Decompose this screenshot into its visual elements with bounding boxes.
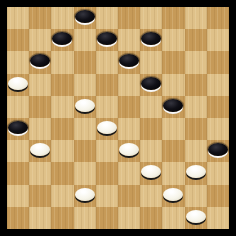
- black-man-square-13[interactable]: [119, 54, 139, 67]
- square-r9c4-dark[interactable]: [96, 207, 118, 229]
- black-man-square-11[interactable]: [30, 54, 50, 67]
- square-r9c3-light: [74, 207, 96, 229]
- square-r0c1-dark[interactable]: [29, 7, 51, 29]
- square-r1c5-light: [118, 29, 140, 51]
- square-r3c3-light: [74, 74, 96, 96]
- square-r6c0-light: [7, 140, 29, 162]
- white-man-square-40[interactable]: [186, 165, 206, 178]
- square-r7c9-light: [207, 162, 229, 184]
- square-r8c9-dark[interactable]: [207, 185, 229, 207]
- square-r3c5-light: [118, 74, 140, 96]
- square-r0c8-light: [185, 7, 207, 29]
- square-r5c7-light: [162, 118, 184, 140]
- square-r9c9-light: [207, 207, 229, 229]
- square-r6c3-dark[interactable]: [74, 140, 96, 162]
- square-r9c2-dark[interactable]: [51, 207, 73, 229]
- square-r1c3-light: [74, 29, 96, 51]
- black-man-square-8[interactable]: [97, 32, 117, 45]
- square-r4c8-light: [185, 96, 207, 118]
- square-r1c8-dark[interactable]: [185, 29, 207, 51]
- square-r8c3-dark[interactable]: [74, 185, 96, 207]
- square-r3c1-light: [29, 74, 51, 96]
- square-r8c1-dark[interactable]: [29, 185, 51, 207]
- square-r0c3-dark[interactable]: [74, 7, 96, 29]
- black-man-square-19[interactable]: [141, 77, 161, 90]
- square-r1c4-dark[interactable]: [96, 29, 118, 51]
- square-r1c9-light: [207, 29, 229, 51]
- square-r1c2-dark[interactable]: [51, 29, 73, 51]
- white-man-square-28[interactable]: [97, 121, 117, 134]
- black-man-square-7[interactable]: [52, 32, 72, 45]
- square-r2c9-dark[interactable]: [207, 51, 229, 73]
- white-man-square-22[interactable]: [75, 99, 95, 112]
- square-r0c2-light: [51, 7, 73, 29]
- square-r6c1-dark[interactable]: [29, 140, 51, 162]
- square-r8c5-dark[interactable]: [118, 185, 140, 207]
- white-man-square-39[interactable]: [141, 165, 161, 178]
- black-man-square-24[interactable]: [163, 99, 183, 112]
- square-r0c4-light: [96, 7, 118, 29]
- square-r9c8-dark[interactable]: [185, 207, 207, 229]
- square-r2c5-dark[interactable]: [118, 51, 140, 73]
- square-r8c6-light: [140, 185, 162, 207]
- white-man-square-31[interactable]: [30, 143, 50, 156]
- square-r6c2-light: [51, 140, 73, 162]
- square-r5c8-dark[interactable]: [185, 118, 207, 140]
- square-r8c0-light: [7, 185, 29, 207]
- square-r1c0-dark[interactable]: [7, 29, 29, 51]
- square-r6c6-light: [140, 140, 162, 162]
- square-r4c4-light: [96, 96, 118, 118]
- square-r7c5-light: [118, 162, 140, 184]
- square-r5c0-dark[interactable]: [7, 118, 29, 140]
- white-man-square-50[interactable]: [186, 210, 206, 223]
- white-man-square-16[interactable]: [8, 77, 28, 90]
- square-r1c7-light: [162, 29, 184, 51]
- square-r3c9-light: [207, 74, 229, 96]
- black-man-square-26[interactable]: [8, 121, 28, 134]
- square-r1c1-light: [29, 29, 51, 51]
- square-r3c0-dark[interactable]: [7, 74, 29, 96]
- square-r2c4-light: [96, 51, 118, 73]
- square-r2c3-dark[interactable]: [74, 51, 96, 73]
- square-r9c0-dark[interactable]: [7, 207, 29, 229]
- square-r3c7-light: [162, 74, 184, 96]
- square-r5c4-dark[interactable]: [96, 118, 118, 140]
- square-r6c8-light: [185, 140, 207, 162]
- black-man-square-9[interactable]: [141, 32, 161, 45]
- square-r8c2-light: [51, 185, 73, 207]
- square-r0c5-dark[interactable]: [118, 7, 140, 29]
- square-r2c6-light: [140, 51, 162, 73]
- square-r5c5-light: [118, 118, 140, 140]
- square-r5c1-light: [29, 118, 51, 140]
- square-r7c7-light: [162, 162, 184, 184]
- square-r4c3-dark[interactable]: [74, 96, 96, 118]
- square-r4c7-dark[interactable]: [162, 96, 184, 118]
- white-man-square-33[interactable]: [119, 143, 139, 156]
- square-r8c8-light: [185, 185, 207, 207]
- square-r7c8-dark[interactable]: [185, 162, 207, 184]
- square-r7c3-light: [74, 162, 96, 184]
- square-r6c9-dark[interactable]: [207, 140, 229, 162]
- white-man-square-44[interactable]: [163, 188, 183, 201]
- square-r5c2-dark[interactable]: [51, 118, 73, 140]
- square-r9c6-dark[interactable]: [140, 207, 162, 229]
- square-r7c4-dark[interactable]: [96, 162, 118, 184]
- square-r4c0-light: [7, 96, 29, 118]
- square-r3c6-dark[interactable]: [140, 74, 162, 96]
- square-r9c7-light: [162, 207, 184, 229]
- square-r2c8-light: [185, 51, 207, 73]
- square-r8c4-light: [96, 185, 118, 207]
- square-r4c2-light: [51, 96, 73, 118]
- square-r3c2-dark[interactable]: [51, 74, 73, 96]
- square-r9c5-light: [118, 207, 140, 229]
- square-r2c7-dark[interactable]: [162, 51, 184, 73]
- square-r4c9-dark[interactable]: [207, 96, 229, 118]
- square-r2c1-dark[interactable]: [29, 51, 51, 73]
- square-r9c1-light: [29, 207, 51, 229]
- square-r3c8-dark[interactable]: [185, 74, 207, 96]
- square-r8c7-dark[interactable]: [162, 185, 184, 207]
- square-r4c5-dark[interactable]: [118, 96, 140, 118]
- black-man-square-35[interactable]: [208, 143, 228, 156]
- square-r0c6-light: [140, 7, 162, 29]
- square-r3c4-dark[interactable]: [96, 74, 118, 96]
- square-r7c1-light: [29, 162, 51, 184]
- square-r0c9-dark[interactable]: [207, 7, 229, 29]
- square-r0c7-dark[interactable]: [162, 7, 184, 29]
- square-r6c5-dark[interactable]: [118, 140, 140, 162]
- square-r6c4-light: [96, 140, 118, 162]
- square-r4c1-dark[interactable]: [29, 96, 51, 118]
- square-r5c6-dark[interactable]: [140, 118, 162, 140]
- square-r2c0-light: [7, 51, 29, 73]
- square-r7c2-dark[interactable]: [51, 162, 73, 184]
- square-r7c0-dark[interactable]: [7, 162, 29, 184]
- square-r4c6-light: [140, 96, 162, 118]
- square-r2c2-light: [51, 51, 73, 73]
- square-r1c6-dark[interactable]: [140, 29, 162, 51]
- draughts-board: [0, 0, 236, 236]
- square-r7c6-dark[interactable]: [140, 162, 162, 184]
- square-r5c3-light: [74, 118, 96, 140]
- square-r0c0-light: [7, 7, 29, 29]
- square-r5c9-light: [207, 118, 229, 140]
- white-man-square-42[interactable]: [75, 188, 95, 201]
- square-r6c7-dark[interactable]: [162, 140, 184, 162]
- black-man-square-2[interactable]: [75, 10, 95, 23]
